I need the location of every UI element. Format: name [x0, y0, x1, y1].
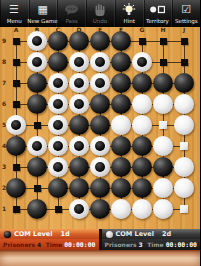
stone-black[interactable]: [90, 94, 110, 114]
undo-button[interactable]: Undo: [86, 0, 115, 27]
row-label: 7: [2, 79, 6, 86]
stone-black[interactable]: [69, 31, 89, 51]
white-stone-icon: [106, 231, 113, 238]
stone-white[interactable]: [153, 136, 173, 156]
settings-checkbox-icon: ☑: [181, 3, 191, 16]
hint-lightbulb-icon: [122, 3, 136, 16]
stone-black[interactable]: [132, 73, 152, 93]
pass-button[interactable]: Pass: [57, 0, 86, 27]
pass-label: Pass: [65, 17, 77, 23]
territory-marker-black[interactable]: [55, 206, 62, 213]
stone-black[interactable]: [111, 178, 131, 198]
hint-button[interactable]: Hint: [115, 0, 144, 27]
stone-black[interactable]: [90, 199, 110, 219]
stone-black[interactable]: [132, 178, 152, 198]
territory-marker-black[interactable]: [13, 59, 20, 66]
stone-white-dead[interactable]: [48, 157, 68, 177]
stone-black[interactable]: [69, 178, 89, 198]
territory-marker-black[interactable]: [181, 38, 188, 45]
stone-white-dead[interactable]: [90, 157, 110, 177]
stone-black[interactable]: [132, 157, 152, 177]
desk-background: [0, 250, 200, 266]
black-player-header: COM Level 1d: [0, 229, 99, 239]
territory-marker-black[interactable]: [34, 185, 41, 192]
hint-label: Hint: [123, 17, 134, 23]
stone-black[interactable]: [69, 115, 89, 135]
stone-white[interactable]: [174, 157, 194, 177]
go-board[interactable]: ABCDEFGHJ987654321: [0, 27, 200, 229]
stone-white-dead[interactable]: [69, 136, 89, 156]
stone-white-dead[interactable]: [48, 94, 68, 114]
stone-white-dead[interactable]: [48, 73, 68, 93]
stone-white-dead[interactable]: [27, 31, 47, 51]
white-player-name: COM Level: [116, 230, 154, 238]
stone-white-dead[interactable]: [90, 52, 110, 72]
territory-icon: [149, 3, 165, 16]
stone-white[interactable]: [132, 199, 152, 219]
stone-black[interactable]: [48, 178, 68, 198]
row-label: 9: [2, 37, 6, 44]
territory-label: Territory: [146, 17, 169, 23]
stone-black[interactable]: [111, 52, 131, 72]
row-label: 1: [2, 205, 6, 212]
undo-hand-icon: [94, 3, 107, 16]
new-game-icon: ▦: [37, 3, 47, 16]
column-label: G: [140, 26, 145, 33]
stone-black[interactable]: [111, 136, 131, 156]
territory-marker-black[interactable]: [13, 164, 20, 171]
toolbar: ☰ Menu ▦ New Game Pass: [0, 0, 200, 27]
territory-marker-black[interactable]: [13, 80, 20, 87]
white-time-label: Time: [147, 241, 163, 248]
stone-white[interactable]: [111, 199, 131, 219]
stone-black[interactable]: [48, 52, 68, 72]
territory-marker-black[interactable]: [181, 59, 188, 66]
stone-black[interactable]: [174, 73, 194, 93]
stone-black[interactable]: [27, 199, 47, 219]
column-label: A: [14, 26, 19, 33]
stone-white-dead[interactable]: [69, 94, 89, 114]
stone-white[interactable]: [153, 199, 173, 219]
pass-icon: [64, 3, 79, 16]
territory-button[interactable]: Territory: [144, 0, 173, 27]
white-time-value: 00:00:00: [166, 241, 197, 249]
stone-white-dead[interactable]: [48, 115, 68, 135]
territory-marker-black[interactable]: [13, 38, 20, 45]
stone-white[interactable]: [174, 115, 194, 135]
black-player-stats: Prisoners 4 Time 00:00:00: [0, 239, 99, 250]
settings-label: Settings: [175, 17, 198, 23]
black-stone-icon: [4, 231, 11, 238]
territory-marker-white[interactable]: [180, 205, 188, 213]
stone-white-dead[interactable]: [90, 136, 110, 156]
black-player-name: COM Level: [14, 230, 52, 238]
stone-white[interactable]: [132, 94, 152, 114]
stone-white-dead[interactable]: [48, 136, 68, 156]
go-app-screen: ☰ Menu ▦ New Game Pass: [0, 0, 200, 266]
column-label: H: [160, 26, 165, 33]
row-label: 3: [2, 163, 6, 170]
stone-white-dead[interactable]: [69, 52, 89, 72]
black-time-label: Time: [46, 241, 62, 248]
row-label: 6: [2, 100, 6, 107]
stone-black[interactable]: [27, 157, 47, 177]
territory-marker-black[interactable]: [34, 122, 41, 129]
stone-white-dead[interactable]: [90, 73, 110, 93]
white-player-stats: Prisoners 3 Time 00:00:00: [102, 239, 201, 250]
stone-white-dead[interactable]: [6, 115, 26, 135]
white-prisoners-value: 3: [138, 241, 142, 248]
stone-black[interactable]: [111, 157, 131, 177]
stone-black[interactable]: [69, 157, 89, 177]
undo-label: Undo: [93, 17, 107, 23]
stone-black[interactable]: [132, 136, 152, 156]
stone-white-dead[interactable]: [27, 52, 47, 72]
stone-black[interactable]: [90, 115, 110, 135]
stone-white-dead[interactable]: [132, 52, 152, 72]
stone-black[interactable]: [111, 73, 131, 93]
stone-white-dead[interactable]: [69, 73, 89, 93]
stone-white[interactable]: [153, 94, 173, 114]
black-time-value: 00:00:00: [64, 241, 95, 249]
stone-white-dead[interactable]: [27, 136, 47, 156]
new-game-button[interactable]: ▦ New Game: [29, 0, 58, 27]
territory-marker-white[interactable]: [180, 142, 188, 150]
black-player-panel: COM Level 1d Prisoners 4 Time 00:00:00: [0, 229, 99, 250]
stone-black[interactable]: [27, 94, 47, 114]
stone-black[interactable]: [27, 73, 47, 93]
settings-button[interactable]: ☑ Settings: [172, 0, 200, 27]
status-bar: COM Level 1d Prisoners 4 Time 00:00:00 C…: [0, 229, 200, 250]
stone-black[interactable]: [90, 178, 110, 198]
menu-button[interactable]: ☰ Menu: [0, 0, 29, 27]
stone-black[interactable]: [111, 94, 131, 114]
menu-icon: ☰: [9, 3, 19, 16]
white-prisoners-label: Prisoners: [105, 241, 137, 248]
white-player-header: COM Level 2d: [102, 229, 201, 239]
territory-marker-black[interactable]: [13, 206, 20, 213]
column-label: J: [183, 26, 185, 33]
territory-marker-black[interactable]: [160, 38, 167, 45]
stone-black[interactable]: [153, 73, 173, 93]
stone-black[interactable]: [111, 31, 131, 51]
row-label: 8: [2, 58, 6, 65]
black-prisoners-label: Prisoners: [3, 241, 35, 248]
stone-white[interactable]: [174, 94, 194, 114]
stone-white[interactable]: [174, 178, 194, 198]
stone-black[interactable]: [6, 178, 26, 198]
stone-white-dead[interactable]: [69, 199, 89, 219]
stone-white[interactable]: [153, 178, 173, 198]
black-prisoners-value: 4: [37, 241, 41, 248]
new-game-label: New Game: [27, 17, 57, 23]
stone-black[interactable]: [90, 31, 110, 51]
black-player-level: 1d: [60, 230, 69, 238]
stone-white[interactable]: [111, 115, 131, 135]
territory-marker-black[interactable]: [13, 101, 20, 108]
stone-black[interactable]: [48, 31, 68, 51]
white-player-panel: COM Level 2d Prisoners 3 Time 00:00:00: [102, 229, 201, 250]
white-player-level: 2d: [162, 230, 171, 238]
territory-marker-black[interactable]: [139, 38, 146, 45]
stone-black[interactable]: [153, 157, 173, 177]
stone-white[interactable]: [132, 115, 152, 135]
territory-marker-black[interactable]: [160, 59, 167, 66]
territory-marker-white[interactable]: [159, 121, 167, 129]
menu-label: Menu: [6, 17, 21, 23]
stone-black[interactable]: [6, 136, 26, 156]
